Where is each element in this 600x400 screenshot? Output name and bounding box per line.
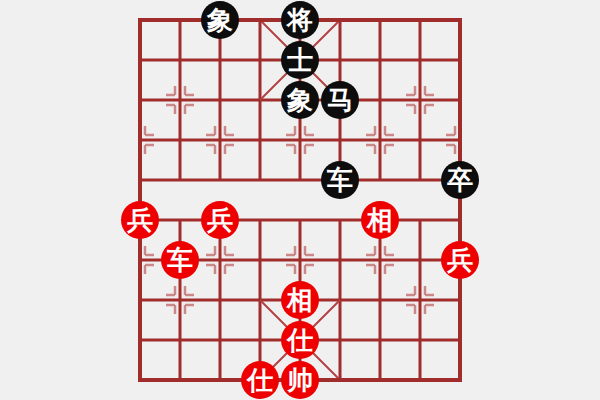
piece-black-elephant[interactable]: 象 bbox=[201, 1, 239, 39]
piece-red-pawn[interactable]: 兵 bbox=[121, 201, 159, 239]
piece-black-horse[interactable]: 马 bbox=[321, 81, 359, 119]
xiangqi-app: 象将士象马车卒兵兵相车兵相仕仕帅 bbox=[0, 0, 600, 400]
piece-black-general[interactable]: 将 bbox=[281, 1, 319, 39]
piece-red-elephant[interactable]: 相 bbox=[361, 201, 399, 239]
piece-red-general[interactable]: 帅 bbox=[281, 361, 319, 399]
piece-black-pawn[interactable]: 卒 bbox=[441, 161, 479, 199]
piece-black-chariot[interactable]: 车 bbox=[321, 161, 359, 199]
piece-red-pawn[interactable]: 兵 bbox=[201, 201, 239, 239]
piece-red-chariot[interactable]: 车 bbox=[161, 241, 199, 279]
piece-red-advisor[interactable]: 仕 bbox=[241, 361, 279, 399]
piece-red-advisor[interactable]: 仕 bbox=[281, 321, 319, 359]
piece-black-advisor[interactable]: 士 bbox=[281, 41, 319, 79]
piece-black-elephant[interactable]: 象 bbox=[281, 81, 319, 119]
piece-red-pawn[interactable]: 兵 bbox=[441, 241, 479, 279]
piece-red-elephant[interactable]: 相 bbox=[281, 281, 319, 319]
xiangqi-board: 象将士象马车卒兵兵相车兵相仕仕帅 bbox=[120, 0, 480, 400]
